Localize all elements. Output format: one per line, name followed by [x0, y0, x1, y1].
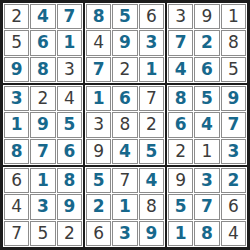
sudoku-cell-r5c4[interactable]: 3 [86, 112, 111, 137]
sudoku-box-7: 618439752 [2, 166, 84, 248]
sudoku-cell-r9c1[interactable]: 7 [4, 221, 29, 246]
sudoku-cell-r7c7[interactable]: 9 [168, 168, 193, 193]
sudoku-cell-r8c6[interactable]: 8 [139, 194, 164, 219]
sudoku-cell-r5c3[interactable]: 5 [57, 112, 82, 137]
sudoku-cell-r4c4[interactable]: 1 [86, 86, 111, 111]
sudoku-cell-r6c6[interactable]: 5 [139, 139, 164, 164]
sudoku-cell-r9c6[interactable]: 9 [139, 221, 164, 246]
sudoku-cell-r2c8[interactable]: 2 [194, 30, 219, 55]
sudoku-cell-r3c9[interactable]: 5 [221, 57, 246, 82]
sudoku-cell-r5c2[interactable]: 9 [30, 112, 55, 137]
sudoku-cell-r3c7[interactable]: 4 [168, 57, 193, 82]
sudoku-cell-r8c5[interactable]: 1 [112, 194, 137, 219]
sudoku-cell-r1c1[interactable]: 2 [4, 4, 29, 29]
sudoku-cell-r9c9[interactable]: 4 [221, 221, 246, 246]
sudoku-cell-r6c1[interactable]: 8 [4, 139, 29, 164]
sudoku-cell-r7c4[interactable]: 5 [86, 168, 111, 193]
sudoku-cell-r3c6[interactable]: 1 [139, 57, 164, 82]
sudoku-cell-r5c9[interactable]: 7 [221, 112, 246, 137]
sudoku-box-6: 859647213 [166, 84, 248, 166]
sudoku-cell-r6c8[interactable]: 1 [194, 139, 219, 164]
sudoku-cell-r1c5[interactable]: 5 [112, 4, 137, 29]
sudoku-cell-r1c7[interactable]: 3 [168, 4, 193, 29]
sudoku-cell-r8c8[interactable]: 7 [194, 194, 219, 219]
sudoku-cell-r1c3[interactable]: 7 [57, 4, 82, 29]
sudoku-board: 2475619838564937213917284653241958761673… [0, 0, 250, 250]
sudoku-cell-r4c2[interactable]: 2 [30, 86, 55, 111]
sudoku-cell-r5c5[interactable]: 8 [112, 112, 137, 137]
sudoku-cell-r2c4[interactable]: 4 [86, 30, 111, 55]
sudoku-cell-r8c9[interactable]: 6 [221, 194, 246, 219]
sudoku-cell-r9c7[interactable]: 1 [168, 221, 193, 246]
sudoku-cell-r3c8[interactable]: 6 [194, 57, 219, 82]
sudoku-cell-r9c4[interactable]: 6 [86, 221, 111, 246]
sudoku-cell-r9c8[interactable]: 8 [194, 221, 219, 246]
sudoku-cell-r2c5[interactable]: 9 [112, 30, 137, 55]
sudoku-cell-r9c5[interactable]: 3 [112, 221, 137, 246]
sudoku-cell-r7c2[interactable]: 1 [30, 168, 55, 193]
sudoku-cell-r9c2[interactable]: 5 [30, 221, 55, 246]
sudoku-cell-r2c2[interactable]: 6 [30, 30, 55, 55]
sudoku-box-5: 167382945 [84, 84, 166, 166]
sudoku-cell-r4c7[interactable]: 8 [168, 86, 193, 111]
sudoku-cell-r6c9[interactable]: 3 [221, 139, 246, 164]
sudoku-cell-r7c8[interactable]: 3 [194, 168, 219, 193]
sudoku-cell-r3c4[interactable]: 7 [86, 57, 111, 82]
sudoku-cell-r3c3[interactable]: 3 [57, 57, 82, 82]
sudoku-cell-r6c7[interactable]: 2 [168, 139, 193, 164]
sudoku-cell-r1c6[interactable]: 6 [139, 4, 164, 29]
sudoku-cell-r7c5[interactable]: 7 [112, 168, 137, 193]
sudoku-cell-r7c9[interactable]: 2 [221, 168, 246, 193]
sudoku-cell-r4c6[interactable]: 7 [139, 86, 164, 111]
sudoku-cell-r5c7[interactable]: 6 [168, 112, 193, 137]
sudoku-box-3: 391728465 [166, 2, 248, 84]
sudoku-box-2: 856493721 [84, 2, 166, 84]
sudoku-cell-r3c2[interactable]: 8 [30, 57, 55, 82]
sudoku-cell-r5c1[interactable]: 1 [4, 112, 29, 137]
sudoku-cell-r8c3[interactable]: 9 [57, 194, 82, 219]
sudoku-cell-r8c2[interactable]: 3 [30, 194, 55, 219]
sudoku-cell-r6c5[interactable]: 4 [112, 139, 137, 164]
sudoku-box-9: 932576184 [166, 166, 248, 248]
sudoku-cell-r3c5[interactable]: 2 [112, 57, 137, 82]
sudoku-cell-r9c3[interactable]: 2 [57, 221, 82, 246]
sudoku-cell-r1c9[interactable]: 1 [221, 4, 246, 29]
sudoku-cell-r6c3[interactable]: 6 [57, 139, 82, 164]
sudoku-cell-r5c6[interactable]: 2 [139, 112, 164, 137]
sudoku-cell-r7c3[interactable]: 8 [57, 168, 82, 193]
sudoku-cell-r2c9[interactable]: 8 [221, 30, 246, 55]
sudoku-cell-r7c6[interactable]: 4 [139, 168, 164, 193]
sudoku-cell-r2c3[interactable]: 1 [57, 30, 82, 55]
sudoku-cell-r7c1[interactable]: 6 [4, 168, 29, 193]
sudoku-box-8: 574218639 [84, 166, 166, 248]
sudoku-cell-r4c3[interactable]: 4 [57, 86, 82, 111]
sudoku-box-1: 247561983 [2, 2, 84, 84]
sudoku-cell-r4c8[interactable]: 5 [194, 86, 219, 111]
sudoku-cell-r2c6[interactable]: 3 [139, 30, 164, 55]
sudoku-box-4: 324195876 [2, 84, 84, 166]
sudoku-cell-r8c4[interactable]: 2 [86, 194, 111, 219]
sudoku-cell-r5c8[interactable]: 4 [194, 112, 219, 137]
sudoku-cell-r8c7[interactable]: 5 [168, 194, 193, 219]
sudoku-cell-r8c1[interactable]: 4 [4, 194, 29, 219]
sudoku-cell-r6c4[interactable]: 9 [86, 139, 111, 164]
sudoku-cell-r4c9[interactable]: 9 [221, 86, 246, 111]
sudoku-cell-r2c7[interactable]: 7 [168, 30, 193, 55]
sudoku-cell-r1c2[interactable]: 4 [30, 4, 55, 29]
sudoku-cell-r1c8[interactable]: 9 [194, 4, 219, 29]
sudoku-cell-r3c1[interactable]: 9 [4, 57, 29, 82]
sudoku-cell-r2c1[interactable]: 5 [4, 30, 29, 55]
sudoku-cell-r4c5[interactable]: 6 [112, 86, 137, 111]
sudoku-cell-r1c4[interactable]: 8 [86, 4, 111, 29]
sudoku-cell-r4c1[interactable]: 3 [4, 86, 29, 111]
sudoku-cell-r6c2[interactable]: 7 [30, 139, 55, 164]
